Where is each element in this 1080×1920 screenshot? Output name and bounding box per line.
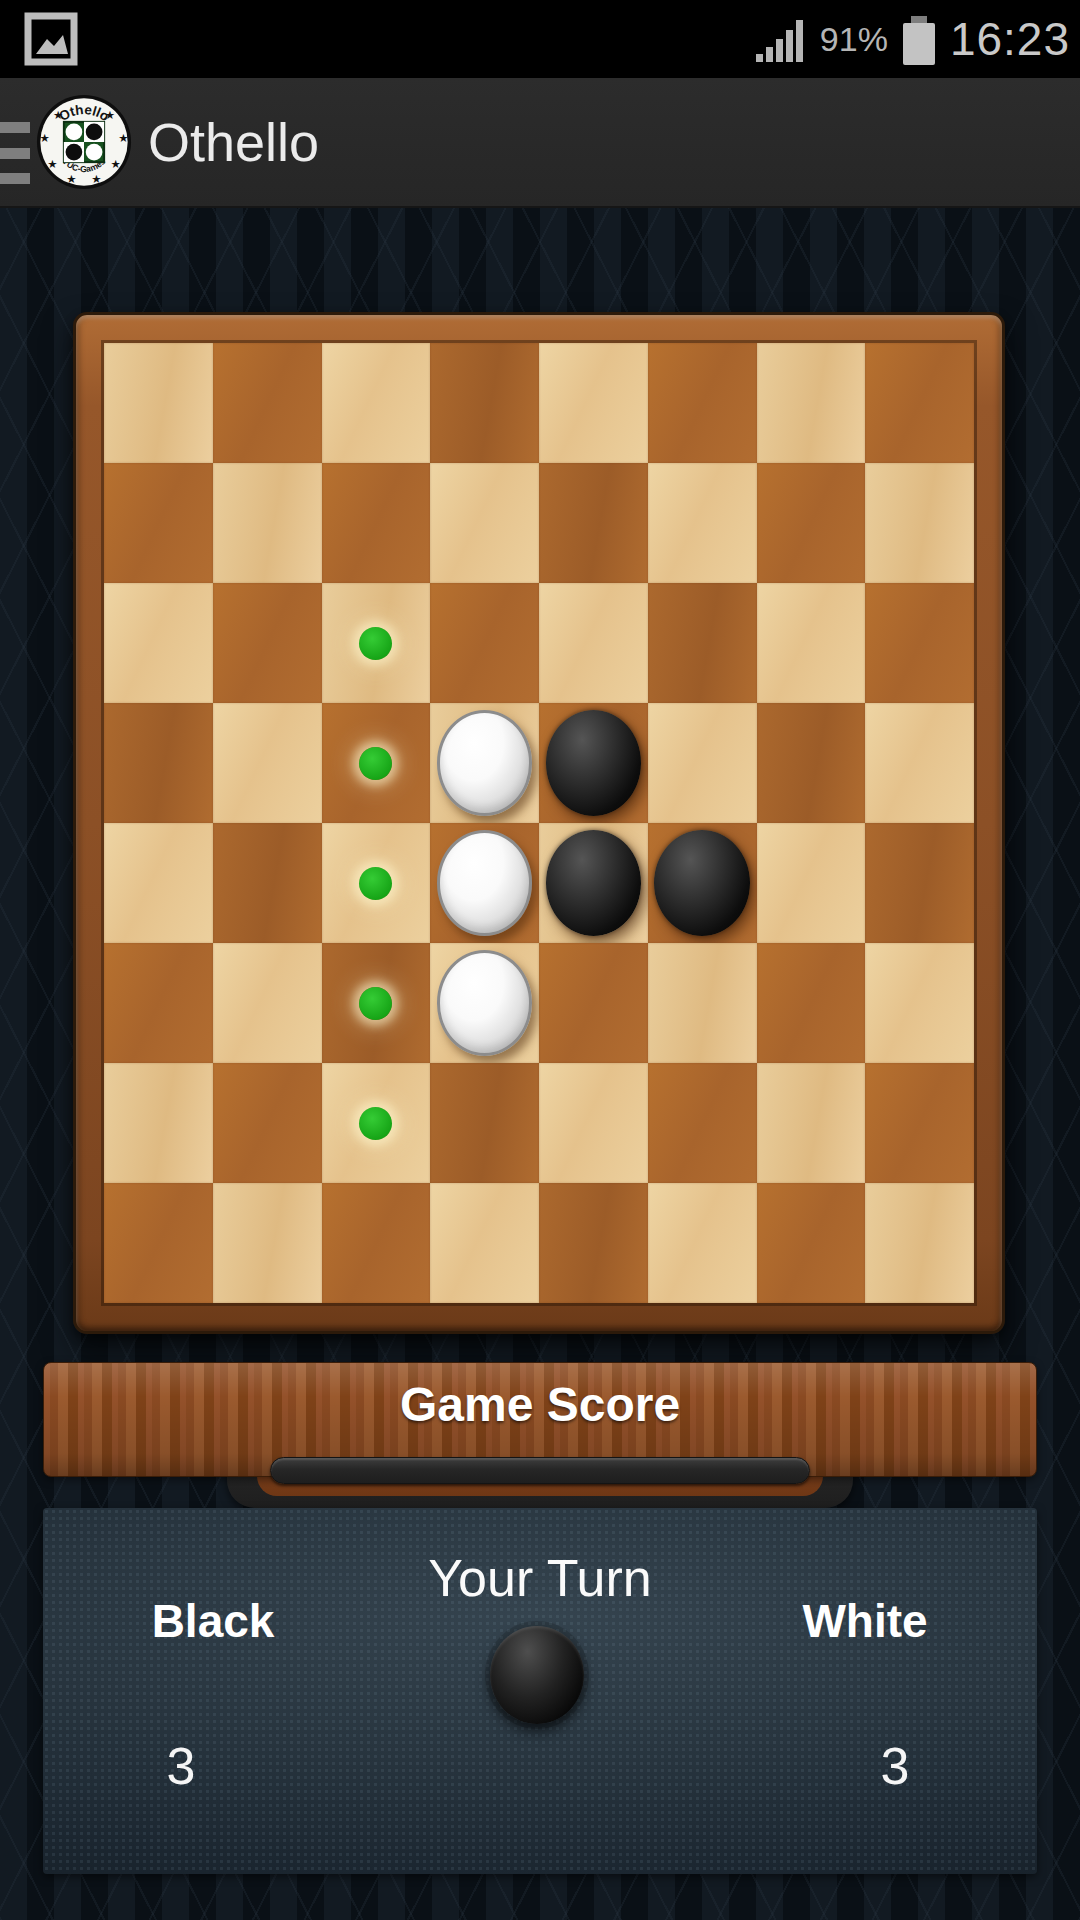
black-disc — [654, 830, 750, 936]
battery-percent: 91% — [820, 20, 888, 59]
cell-b8[interactable] — [213, 1183, 322, 1303]
legal-move-hint — [359, 867, 392, 900]
battery-icon — [902, 13, 936, 65]
cell-b5[interactable] — [213, 823, 322, 943]
cell-h6[interactable] — [865, 943, 974, 1063]
cell-a8[interactable] — [104, 1183, 213, 1303]
cell-d8[interactable] — [430, 1183, 539, 1303]
cell-c2[interactable] — [322, 463, 431, 583]
svg-text:★: ★ — [91, 173, 101, 185]
cell-b7[interactable] — [213, 1063, 322, 1183]
cell-c8[interactable] — [322, 1183, 431, 1303]
cell-a1[interactable] — [104, 343, 213, 463]
cell-f3[interactable] — [648, 583, 757, 703]
legal-move-hint — [359, 747, 392, 780]
legal-move-hint — [359, 627, 392, 660]
svg-text:★: ★ — [105, 109, 115, 121]
cell-c5[interactable] — [322, 823, 431, 943]
image-notification-icon — [22, 10, 80, 68]
cell-g8[interactable] — [757, 1183, 866, 1303]
game-board — [73, 312, 1005, 1334]
cell-d1[interactable] — [430, 343, 539, 463]
cell-b1[interactable] — [213, 343, 322, 463]
cell-g3[interactable] — [757, 583, 866, 703]
cell-f2[interactable] — [648, 463, 757, 583]
black-disc — [546, 710, 642, 816]
cell-f4[interactable] — [648, 703, 757, 823]
cell-d7[interactable] — [430, 1063, 539, 1183]
cell-a4[interactable] — [104, 703, 213, 823]
cell-b3[interactable] — [213, 583, 322, 703]
white-disc — [437, 950, 533, 1056]
cell-e6[interactable] — [539, 943, 648, 1063]
cell-g4[interactable] — [757, 703, 866, 823]
svg-text:★: ★ — [39, 132, 49, 144]
white-disc — [437, 830, 533, 936]
board-grid — [104, 343, 974, 1303]
app-bar: Othello TUC-Games ★★★★ ★★★★ Othello — [0, 78, 1080, 208]
status-time: 16:23 — [950, 12, 1070, 66]
white-score: 3 — [753, 1736, 1037, 1796]
svg-text:★: ★ — [118, 132, 128, 144]
cell-e2[interactable] — [539, 463, 648, 583]
legal-move-hint — [359, 1107, 392, 1140]
cell-b4[interactable] — [213, 703, 322, 823]
cell-h2[interactable] — [865, 463, 974, 583]
black-score: 3 — [43, 1736, 319, 1796]
cell-g6[interactable] — [757, 943, 866, 1063]
cell-a2[interactable] — [104, 463, 213, 583]
svg-text:★: ★ — [66, 173, 76, 185]
cell-c7[interactable] — [322, 1063, 431, 1183]
score-panel: Your Turn Black White 3 3 — [43, 1508, 1037, 1874]
othello-app-screen: 91% 16:23 Othello TUC-Games — [0, 0, 1080, 1920]
cell-e1[interactable] — [539, 343, 648, 463]
black-disc — [546, 830, 642, 936]
cell-h3[interactable] — [865, 583, 974, 703]
status-bar: 91% 16:23 — [0, 0, 1080, 78]
svg-text:★: ★ — [47, 158, 57, 170]
cell-g7[interactable] — [757, 1063, 866, 1183]
hamburger-menu-icon[interactable] — [0, 122, 30, 184]
black-player-label: Black — [43, 1594, 383, 1648]
cell-e4[interactable] — [539, 703, 648, 823]
cell-g5[interactable] — [757, 823, 866, 943]
cell-h5[interactable] — [865, 823, 974, 943]
cell-d4[interactable] — [430, 703, 539, 823]
cell-h7[interactable] — [865, 1063, 974, 1183]
cell-f1[interactable] — [648, 343, 757, 463]
cell-b2[interactable] — [213, 463, 322, 583]
cell-a3[interactable] — [104, 583, 213, 703]
legal-move-hint — [359, 987, 392, 1020]
cell-f6[interactable] — [648, 943, 757, 1063]
white-player-label: White — [693, 1594, 1037, 1648]
cell-h8[interactable] — [865, 1183, 974, 1303]
cell-h1[interactable] — [865, 343, 974, 463]
cell-e3[interactable] — [539, 583, 648, 703]
cell-a5[interactable] — [104, 823, 213, 943]
svg-text:★: ★ — [53, 109, 63, 121]
cell-d3[interactable] — [430, 583, 539, 703]
cell-a6[interactable] — [104, 943, 213, 1063]
signal-strength-icon — [756, 16, 806, 62]
cell-d2[interactable] — [430, 463, 539, 583]
cell-e8[interactable] — [539, 1183, 648, 1303]
white-disc — [437, 710, 533, 816]
cell-c1[interactable] — [322, 343, 431, 463]
score-divider-pill — [270, 1457, 810, 1484]
cell-e5[interactable] — [539, 823, 648, 943]
cell-h4[interactable] — [865, 703, 974, 823]
svg-text:★: ★ — [111, 158, 121, 170]
cell-d5[interactable] — [430, 823, 539, 943]
cell-d6[interactable] — [430, 943, 539, 1063]
cell-g1[interactable] — [757, 343, 866, 463]
cell-b6[interactable] — [213, 943, 322, 1063]
app-logo-icon: Othello TUC-Games ★★★★ ★★★★ — [36, 94, 132, 190]
cell-g2[interactable] — [757, 463, 866, 583]
current-turn-black-disc — [490, 1626, 584, 1724]
cell-f5[interactable] — [648, 823, 757, 943]
cell-c3[interactable] — [322, 583, 431, 703]
page-title: Othello — [148, 78, 319, 206]
cell-c4[interactable] — [322, 703, 431, 823]
cell-e7[interactable] — [539, 1063, 648, 1183]
cell-f8[interactable] — [648, 1183, 757, 1303]
cell-a7[interactable] — [104, 1063, 213, 1183]
cell-f7[interactable] — [648, 1063, 757, 1183]
cell-c6[interactable] — [322, 943, 431, 1063]
